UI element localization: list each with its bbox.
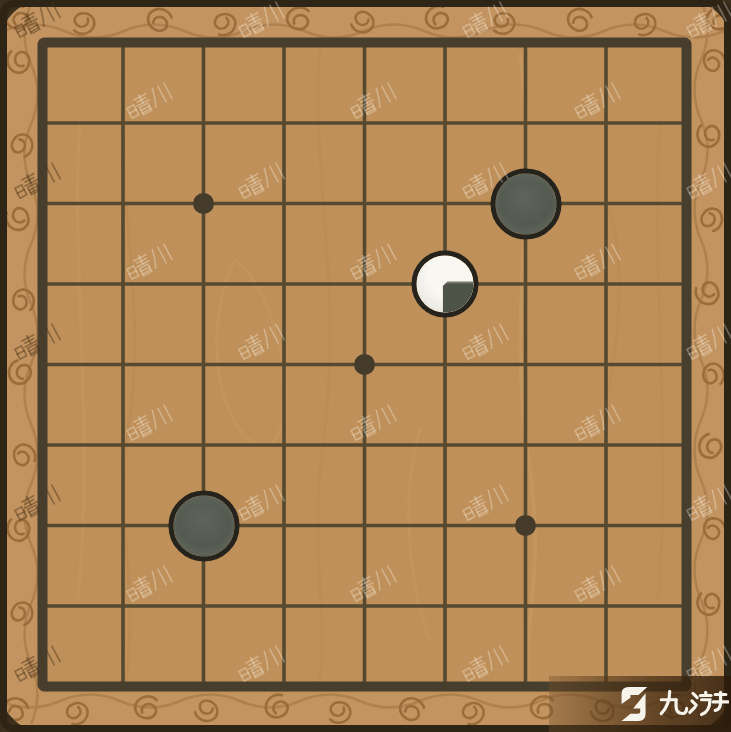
- go-board[interactable]: [0, 0, 731, 732]
- white-stone: [412, 251, 479, 318]
- logo-watermark-band: [549, 676, 731, 732]
- black-stone: [168, 490, 239, 561]
- ninegame-g-icon: [618, 686, 650, 722]
- ninegame-logo-text: [657, 689, 729, 719]
- black-stone: [490, 168, 561, 239]
- last-move-marker: [443, 281, 474, 312]
- stone-surface: [495, 173, 556, 234]
- stone-surface: [173, 495, 234, 556]
- stone-surface: [417, 256, 474, 313]
- go-game-screenshot: [0, 0, 731, 732]
